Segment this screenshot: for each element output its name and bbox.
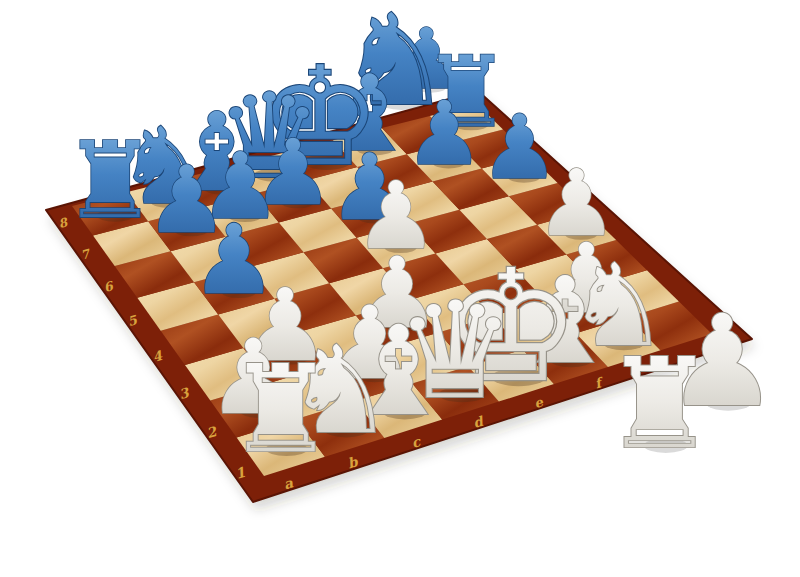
piece-blue-rook-a8[interactable]: ♜ bbox=[63, 119, 158, 242]
chess-product-photo: 12345678abcdefgh♟♞♜♝♚♟♛♟♝♞♟♜♟♟♟♟♟♟♟♟♞♟♝♟… bbox=[0, 0, 800, 577]
captured-white-rook[interactable]: ♜ bbox=[604, 331, 716, 476]
chess-board-scene: 12345678abcdefgh♟♞♜♝♚♟♛♟♝♞♟♜♟♟♟♟♟♟♟♟♞♟♝♟… bbox=[0, 0, 800, 577]
pieces: ♟♞♜♝♚♟♛♟♝♞♟♜♟♟♟♟♟♟♟♟♞♟♝♟♚♛♟♟♝♞♜♜ bbox=[63, 0, 779, 479]
piece-white-rook-a1[interactable]: ♜ bbox=[227, 339, 335, 479]
